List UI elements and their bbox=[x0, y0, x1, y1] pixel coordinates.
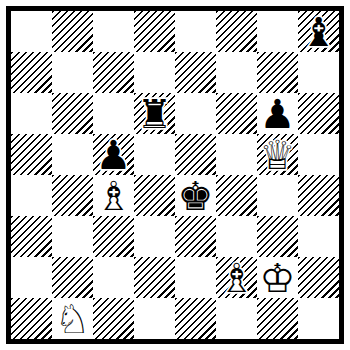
square-a4[interactable] bbox=[11, 175, 52, 216]
square-f4[interactable] bbox=[216, 175, 257, 216]
square-a3[interactable] bbox=[11, 216, 52, 257]
square-e1[interactable] bbox=[175, 298, 216, 339]
square-b5[interactable] bbox=[52, 134, 93, 175]
square-b6[interactable] bbox=[52, 93, 93, 134]
square-d6[interactable]: ♜♜ bbox=[134, 93, 175, 134]
black-pawn-piece[interactable]: ♟ bbox=[257, 93, 298, 134]
square-h3[interactable] bbox=[298, 216, 339, 257]
white-bishop-piece[interactable]: ♗ bbox=[216, 257, 257, 298]
square-h5[interactable] bbox=[298, 134, 339, 175]
square-f2[interactable]: ♝♗ bbox=[216, 257, 257, 298]
square-b3[interactable] bbox=[52, 216, 93, 257]
white-knight-piece[interactable]: ♘ bbox=[52, 298, 93, 339]
square-h2[interactable] bbox=[298, 257, 339, 298]
square-e2[interactable] bbox=[175, 257, 216, 298]
square-a5[interactable] bbox=[11, 134, 52, 175]
square-g2[interactable]: ♚♔ bbox=[257, 257, 298, 298]
square-e3[interactable] bbox=[175, 216, 216, 257]
square-g5[interactable]: ♛♕ bbox=[257, 134, 298, 175]
square-d2[interactable] bbox=[134, 257, 175, 298]
square-c1[interactable] bbox=[93, 298, 134, 339]
square-a8[interactable] bbox=[11, 11, 52, 52]
square-b2[interactable] bbox=[52, 257, 93, 298]
square-e4[interactable]: ♚♚ bbox=[175, 175, 216, 216]
square-h4[interactable] bbox=[298, 175, 339, 216]
square-h8[interactable]: ♝♝ bbox=[298, 11, 339, 52]
square-g7[interactable] bbox=[257, 52, 298, 93]
square-d4[interactable] bbox=[134, 175, 175, 216]
black-bishop-piece[interactable]: ♝ bbox=[298, 11, 339, 52]
square-f8[interactable] bbox=[216, 11, 257, 52]
black-king-piece[interactable]: ♚ bbox=[175, 175, 216, 216]
square-d8[interactable] bbox=[134, 11, 175, 52]
square-b4[interactable] bbox=[52, 175, 93, 216]
square-g1[interactable] bbox=[257, 298, 298, 339]
square-d3[interactable] bbox=[134, 216, 175, 257]
square-b8[interactable] bbox=[52, 11, 93, 52]
chess-board-frame: ♝♝♜♜♟♟♟♟♛♕♝♗♚♚♝♗♚♔♞♘ bbox=[6, 6, 344, 344]
square-h1[interactable] bbox=[298, 298, 339, 339]
square-c4[interactable]: ♝♗ bbox=[93, 175, 134, 216]
square-e5[interactable] bbox=[175, 134, 216, 175]
square-f1[interactable] bbox=[216, 298, 257, 339]
square-b1[interactable]: ♞♘ bbox=[52, 298, 93, 339]
square-f3[interactable] bbox=[216, 216, 257, 257]
square-f7[interactable] bbox=[216, 52, 257, 93]
square-e8[interactable] bbox=[175, 11, 216, 52]
square-c2[interactable] bbox=[93, 257, 134, 298]
square-f6[interactable] bbox=[216, 93, 257, 134]
square-c6[interactable] bbox=[93, 93, 134, 134]
square-c8[interactable] bbox=[93, 11, 134, 52]
square-a7[interactable] bbox=[11, 52, 52, 93]
square-c3[interactable] bbox=[93, 216, 134, 257]
square-g6[interactable]: ♟♟ bbox=[257, 93, 298, 134]
square-f5[interactable] bbox=[216, 134, 257, 175]
white-king-piece[interactable]: ♔ bbox=[257, 257, 298, 298]
black-pawn-piece[interactable]: ♟ bbox=[93, 134, 134, 175]
square-b7[interactable] bbox=[52, 52, 93, 93]
chess-board: ♝♝♜♜♟♟♟♟♛♕♝♗♚♚♝♗♚♔♞♘ bbox=[11, 11, 339, 339]
square-g3[interactable] bbox=[257, 216, 298, 257]
white-bishop-piece[interactable]: ♗ bbox=[93, 175, 134, 216]
square-a2[interactable] bbox=[11, 257, 52, 298]
white-queen-piece[interactable]: ♕ bbox=[257, 134, 298, 175]
square-c5[interactable]: ♟♟ bbox=[93, 134, 134, 175]
square-e7[interactable] bbox=[175, 52, 216, 93]
square-d5[interactable] bbox=[134, 134, 175, 175]
square-g4[interactable] bbox=[257, 175, 298, 216]
square-h6[interactable] bbox=[298, 93, 339, 134]
square-a1[interactable] bbox=[11, 298, 52, 339]
black-rook-piece[interactable]: ♜ bbox=[134, 93, 175, 134]
square-e6[interactable] bbox=[175, 93, 216, 134]
square-d1[interactable] bbox=[134, 298, 175, 339]
square-h7[interactable] bbox=[298, 52, 339, 93]
square-c7[interactable] bbox=[93, 52, 134, 93]
square-a6[interactable] bbox=[11, 93, 52, 134]
square-d7[interactable] bbox=[134, 52, 175, 93]
square-g8[interactable] bbox=[257, 11, 298, 52]
